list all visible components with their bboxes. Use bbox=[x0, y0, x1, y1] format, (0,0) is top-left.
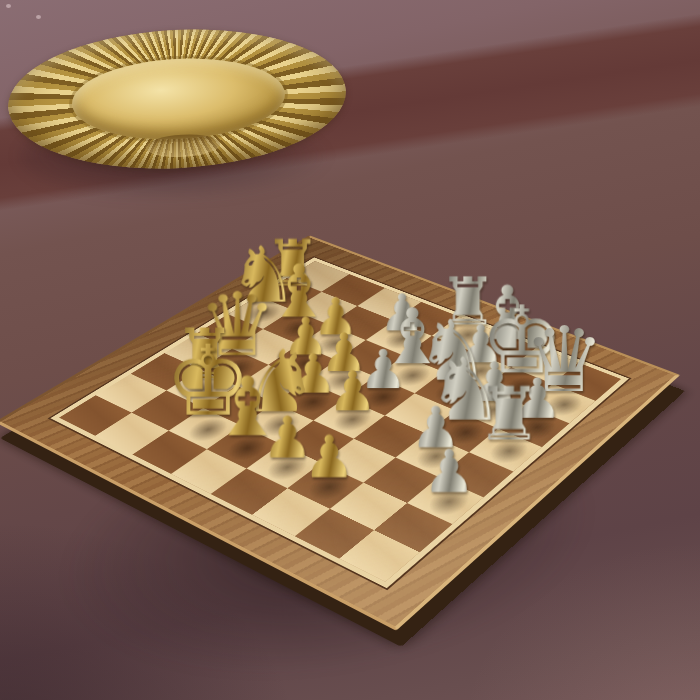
square-a1[interactable] bbox=[59, 395, 131, 436]
table-highlight-speck bbox=[36, 15, 41, 19]
piece-black-P-h3[interactable]: ♟ bbox=[367, 443, 531, 502]
table-highlight-speck bbox=[6, 4, 11, 8]
brass-dish bbox=[5, 21, 350, 177]
square-h1[interactable] bbox=[339, 530, 419, 582]
photo-scene: ♞♜♜♛♝♚♟♟♝♞♟♟♟♟♟♟♝♜♟♞♟♝♟♞♟♚♟♜♟♛ bbox=[0, 0, 700, 700]
